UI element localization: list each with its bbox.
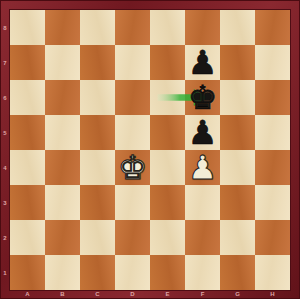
square-e1[interactable] (150, 255, 185, 290)
chess-board: ♟♚♟♚♟ (10, 10, 290, 290)
square-c3[interactable] (80, 185, 115, 220)
square-d2[interactable] (115, 220, 150, 255)
square-d4[interactable]: ♚ (115, 150, 150, 185)
square-h7[interactable] (255, 45, 290, 80)
square-b8[interactable] (45, 10, 80, 45)
square-h1[interactable] (255, 255, 290, 290)
square-c7[interactable] (80, 45, 115, 80)
square-e2[interactable] (150, 220, 185, 255)
square-a4[interactable] (10, 150, 45, 185)
square-a2[interactable] (10, 220, 45, 255)
file-label-c: C (80, 291, 115, 297)
square-d8[interactable] (115, 10, 150, 45)
square-a3[interactable] (10, 185, 45, 220)
white-pawn[interactable]: ♟ (188, 150, 218, 185)
rank-label-8: 8 (0, 25, 10, 31)
square-b6[interactable] (45, 80, 80, 115)
square-e4[interactable] (150, 150, 185, 185)
square-b2[interactable] (45, 220, 80, 255)
rank-label-2: 2 (0, 235, 10, 241)
square-f2[interactable] (185, 220, 220, 255)
square-g1[interactable] (220, 255, 255, 290)
black-pawn[interactable]: ♟ (188, 115, 218, 150)
file-label-e: E (150, 291, 185, 297)
square-e5[interactable] (150, 115, 185, 150)
square-h6[interactable] (255, 80, 290, 115)
square-f1[interactable] (185, 255, 220, 290)
square-a6[interactable] (10, 80, 45, 115)
file-label-f: F (185, 291, 220, 297)
square-e8[interactable] (150, 10, 185, 45)
square-h5[interactable] (255, 115, 290, 150)
square-e3[interactable] (150, 185, 185, 220)
square-f4[interactable]: ♟ (185, 150, 220, 185)
square-f5[interactable]: ♟ (185, 115, 220, 150)
rank-label-7: 7 (0, 60, 10, 66)
square-f6[interactable]: ♚ (185, 80, 220, 115)
square-b4[interactable] (45, 150, 80, 185)
chess-board-frame: ♟♚♟♚♟ 87654321ABCDEFGH (0, 0, 300, 299)
square-h2[interactable] (255, 220, 290, 255)
file-label-g: G (220, 291, 255, 297)
square-h4[interactable] (255, 150, 290, 185)
square-g7[interactable] (220, 45, 255, 80)
square-d7[interactable] (115, 45, 150, 80)
square-b1[interactable] (45, 255, 80, 290)
square-c6[interactable] (80, 80, 115, 115)
square-d6[interactable] (115, 80, 150, 115)
square-b5[interactable] (45, 115, 80, 150)
rank-label-6: 6 (0, 95, 10, 101)
file-label-d: D (115, 291, 150, 297)
square-h3[interactable] (255, 185, 290, 220)
square-e7[interactable] (150, 45, 185, 80)
file-label-b: B (45, 291, 80, 297)
square-h8[interactable] (255, 10, 290, 45)
white-king[interactable]: ♚ (118, 150, 148, 185)
square-d5[interactable] (115, 115, 150, 150)
square-f3[interactable] (185, 185, 220, 220)
square-g3[interactable] (220, 185, 255, 220)
square-c5[interactable] (80, 115, 115, 150)
square-d3[interactable] (115, 185, 150, 220)
square-g4[interactable] (220, 150, 255, 185)
file-label-h: H (255, 291, 290, 297)
square-g5[interactable] (220, 115, 255, 150)
square-a7[interactable] (10, 45, 45, 80)
rank-label-1: 1 (0, 270, 10, 276)
square-f8[interactable] (185, 10, 220, 45)
square-g6[interactable] (220, 80, 255, 115)
square-a5[interactable] (10, 115, 45, 150)
black-pawn[interactable]: ♟ (188, 45, 218, 80)
square-e6[interactable] (150, 80, 185, 115)
square-c4[interactable] (80, 150, 115, 185)
square-d1[interactable] (115, 255, 150, 290)
square-g2[interactable] (220, 220, 255, 255)
square-c8[interactable] (80, 10, 115, 45)
square-b7[interactable] (45, 45, 80, 80)
square-b3[interactable] (45, 185, 80, 220)
rank-label-5: 5 (0, 130, 10, 136)
black-king[interactable]: ♚ (188, 80, 218, 115)
square-a1[interactable] (10, 255, 45, 290)
rank-label-3: 3 (0, 200, 10, 206)
square-g8[interactable] (220, 10, 255, 45)
square-a8[interactable] (10, 10, 45, 45)
rank-label-4: 4 (0, 165, 10, 171)
square-f7[interactable]: ♟ (185, 45, 220, 80)
file-label-a: A (10, 291, 45, 297)
square-c2[interactable] (80, 220, 115, 255)
square-c1[interactable] (80, 255, 115, 290)
